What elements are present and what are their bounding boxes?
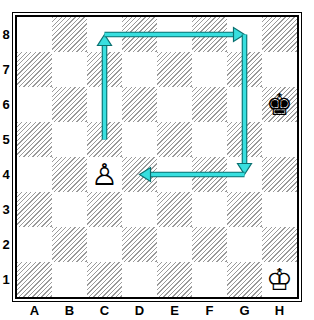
- chess-board: ♚♙♔: [17, 17, 297, 297]
- square-e8: [157, 17, 192, 52]
- square-g1: [227, 262, 262, 297]
- black-king: ♚: [262, 87, 297, 122]
- square-c3: [87, 192, 122, 227]
- square-h4: [262, 157, 297, 192]
- square-g2: [227, 227, 262, 262]
- square-e5: [157, 122, 192, 157]
- square-b5: [52, 122, 87, 157]
- square-f7: [192, 52, 227, 87]
- square-c5: [87, 122, 122, 157]
- square-f3: [192, 192, 227, 227]
- file-label-h: H: [262, 301, 297, 320]
- file-label-f: F: [192, 301, 227, 320]
- square-h8: [262, 17, 297, 52]
- square-a1: [17, 262, 52, 297]
- file-label-e: E: [157, 301, 192, 320]
- square-a8: [17, 17, 52, 52]
- square-g5: [227, 122, 262, 157]
- square-b1: [52, 262, 87, 297]
- rank-label-5: 5: [0, 122, 12, 157]
- square-e1: [157, 262, 192, 297]
- square-h3: [262, 192, 297, 227]
- board-inner-border: ♚♙♔: [15, 15, 299, 299]
- square-g6: [227, 87, 262, 122]
- rank-label-8: 8: [0, 17, 12, 52]
- square-d5: [122, 122, 157, 157]
- board-border: ♚♙♔: [12, 12, 302, 302]
- chess-diagram: 87654321 ♚♙♔ ABCDEFGH: [0, 0, 314, 320]
- square-c7: [87, 52, 122, 87]
- square-e2: [157, 227, 192, 262]
- square-f4: [192, 157, 227, 192]
- square-a4: [17, 157, 52, 192]
- rank-label-4: 4: [0, 157, 12, 192]
- square-d7: [122, 52, 157, 87]
- square-g7: [227, 52, 262, 87]
- rank-label-6: 6: [0, 87, 12, 122]
- square-b7: [52, 52, 87, 87]
- square-e3: [157, 192, 192, 227]
- square-f6: [192, 87, 227, 122]
- rank-label-2: 2: [0, 227, 12, 262]
- square-d8: [122, 17, 157, 52]
- square-a7: [17, 52, 52, 87]
- square-b2: [52, 227, 87, 262]
- square-f2: [192, 227, 227, 262]
- square-f5: [192, 122, 227, 157]
- square-b8: [52, 17, 87, 52]
- square-c8: [87, 17, 122, 52]
- square-d1: [122, 262, 157, 297]
- white-pawn: ♙: [87, 157, 122, 192]
- square-a6: [17, 87, 52, 122]
- square-d6: [122, 87, 157, 122]
- square-g8: [227, 17, 262, 52]
- white-king: ♔: [262, 262, 297, 297]
- square-e4: [157, 157, 192, 192]
- square-b4: [52, 157, 87, 192]
- square-c6: [87, 87, 122, 122]
- square-h1: ♔: [262, 262, 297, 297]
- square-h5: [262, 122, 297, 157]
- square-g3: [227, 192, 262, 227]
- square-f8: [192, 17, 227, 52]
- square-d4: [122, 157, 157, 192]
- file-label-g: G: [227, 301, 262, 320]
- file-label-c: C: [87, 301, 122, 320]
- square-d3: [122, 192, 157, 227]
- file-labels: ABCDEFGH: [17, 301, 297, 320]
- square-a5: [17, 122, 52, 157]
- square-f1: [192, 262, 227, 297]
- square-h6: ♚: [262, 87, 297, 122]
- square-e7: [157, 52, 192, 87]
- square-c4: ♙: [87, 157, 122, 192]
- square-a3: [17, 192, 52, 227]
- square-b3: [52, 192, 87, 227]
- square-b6: [52, 87, 87, 122]
- square-h7: [262, 52, 297, 87]
- file-label-d: D: [122, 301, 157, 320]
- square-d2: [122, 227, 157, 262]
- file-label-b: B: [52, 301, 87, 320]
- square-a2: [17, 227, 52, 262]
- square-c2: [87, 227, 122, 262]
- square-c1: [87, 262, 122, 297]
- square-h2: [262, 227, 297, 262]
- file-label-a: A: [17, 301, 52, 320]
- rank-label-7: 7: [0, 52, 12, 87]
- rank-label-1: 1: [0, 262, 12, 297]
- square-g4: [227, 157, 262, 192]
- rank-label-3: 3: [0, 192, 12, 227]
- rank-labels: 87654321: [0, 17, 12, 297]
- square-e6: [157, 87, 192, 122]
